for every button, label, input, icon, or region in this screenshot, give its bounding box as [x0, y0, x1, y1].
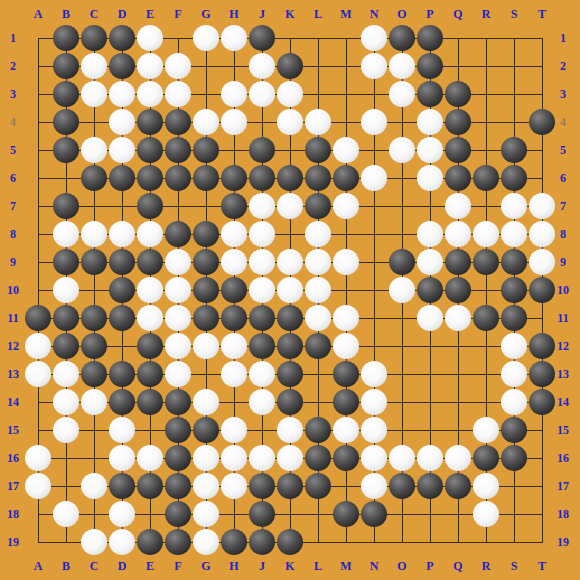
intersection-A2[interactable] [24, 52, 52, 80]
intersection-P3[interactable] [416, 80, 444, 108]
intersection-N16[interactable] [360, 444, 388, 472]
intersection-F17[interactable] [164, 472, 192, 500]
intersection-G5[interactable] [192, 136, 220, 164]
intersection-M7[interactable] [332, 192, 360, 220]
intersection-L2[interactable] [304, 52, 332, 80]
intersection-M10[interactable] [332, 276, 360, 304]
intersection-G13[interactable] [192, 360, 220, 388]
intersection-A12[interactable] [24, 332, 52, 360]
intersection-B9[interactable] [52, 248, 80, 276]
intersection-B14[interactable] [52, 388, 80, 416]
intersection-H17[interactable] [220, 472, 248, 500]
intersection-H2[interactable] [220, 52, 248, 80]
intersection-J13[interactable] [248, 360, 276, 388]
intersection-F18[interactable] [164, 500, 192, 528]
intersection-Q4[interactable] [444, 108, 472, 136]
intersection-J15[interactable] [248, 416, 276, 444]
intersection-B16[interactable] [52, 444, 80, 472]
intersection-T9[interactable] [528, 248, 556, 276]
intersection-O14[interactable] [388, 388, 416, 416]
intersection-H5[interactable] [220, 136, 248, 164]
intersection-S17[interactable] [500, 472, 528, 500]
intersection-F11[interactable] [164, 304, 192, 332]
intersection-K18[interactable] [276, 500, 304, 528]
intersection-A18[interactable] [24, 500, 52, 528]
intersection-Q18[interactable] [444, 500, 472, 528]
intersection-O13[interactable] [388, 360, 416, 388]
intersection-N1[interactable] [360, 24, 388, 52]
intersection-P8[interactable] [416, 220, 444, 248]
intersection-O9[interactable] [388, 248, 416, 276]
intersection-J9[interactable] [248, 248, 276, 276]
intersection-S3[interactable] [500, 80, 528, 108]
intersection-D2[interactable] [108, 52, 136, 80]
intersection-C3[interactable] [80, 80, 108, 108]
intersection-R5[interactable] [472, 136, 500, 164]
intersection-T19[interactable] [528, 528, 556, 556]
intersection-K2[interactable] [276, 52, 304, 80]
intersection-R17[interactable] [472, 472, 500, 500]
intersection-A11[interactable] [24, 304, 52, 332]
intersection-B6[interactable] [52, 164, 80, 192]
intersection-N3[interactable] [360, 80, 388, 108]
intersection-N5[interactable] [360, 136, 388, 164]
intersection-H3[interactable] [220, 80, 248, 108]
intersection-Q19[interactable] [444, 528, 472, 556]
intersection-M18[interactable] [332, 500, 360, 528]
intersection-R16[interactable] [472, 444, 500, 472]
intersection-C8[interactable] [80, 220, 108, 248]
intersection-L16[interactable] [304, 444, 332, 472]
intersection-H11[interactable] [220, 304, 248, 332]
intersection-A13[interactable] [24, 360, 52, 388]
intersection-P14[interactable] [416, 388, 444, 416]
intersection-J14[interactable] [248, 388, 276, 416]
intersection-N14[interactable] [360, 388, 388, 416]
intersection-A9[interactable] [24, 248, 52, 276]
intersection-L13[interactable] [304, 360, 332, 388]
intersection-Q15[interactable] [444, 416, 472, 444]
intersection-H6[interactable] [220, 164, 248, 192]
intersection-A17[interactable] [24, 472, 52, 500]
intersection-C9[interactable] [80, 248, 108, 276]
intersection-K3[interactable] [276, 80, 304, 108]
intersection-P19[interactable] [416, 528, 444, 556]
intersection-K13[interactable] [276, 360, 304, 388]
intersection-H19[interactable] [220, 528, 248, 556]
intersection-G9[interactable] [192, 248, 220, 276]
intersection-D6[interactable] [108, 164, 136, 192]
intersection-L10[interactable] [304, 276, 332, 304]
intersection-O3[interactable] [388, 80, 416, 108]
intersection-T17[interactable] [528, 472, 556, 500]
intersection-F6[interactable] [164, 164, 192, 192]
intersection-D13[interactable] [108, 360, 136, 388]
intersection-E3[interactable] [136, 80, 164, 108]
intersection-L4[interactable] [304, 108, 332, 136]
intersection-S5[interactable] [500, 136, 528, 164]
intersection-P16[interactable] [416, 444, 444, 472]
intersection-K9[interactable] [276, 248, 304, 276]
intersection-M15[interactable] [332, 416, 360, 444]
intersection-A1[interactable] [24, 24, 52, 52]
intersection-H9[interactable] [220, 248, 248, 276]
intersection-C6[interactable] [80, 164, 108, 192]
intersection-L19[interactable] [304, 528, 332, 556]
intersection-E15[interactable] [136, 416, 164, 444]
intersection-T6[interactable] [528, 164, 556, 192]
intersection-S10[interactable] [500, 276, 528, 304]
intersection-S8[interactable] [500, 220, 528, 248]
intersection-G2[interactable] [192, 52, 220, 80]
intersection-K4[interactable] [276, 108, 304, 136]
intersection-Q14[interactable] [444, 388, 472, 416]
intersection-L6[interactable] [304, 164, 332, 192]
intersection-A16[interactable] [24, 444, 52, 472]
intersection-E16[interactable] [136, 444, 164, 472]
intersection-N11[interactable] [360, 304, 388, 332]
intersection-M6[interactable] [332, 164, 360, 192]
intersection-K10[interactable] [276, 276, 304, 304]
intersection-K8[interactable] [276, 220, 304, 248]
intersection-S6[interactable] [500, 164, 528, 192]
intersection-O10[interactable] [388, 276, 416, 304]
intersection-S16[interactable] [500, 444, 528, 472]
intersection-C4[interactable] [80, 108, 108, 136]
intersection-E14[interactable] [136, 388, 164, 416]
intersection-S13[interactable] [500, 360, 528, 388]
intersection-P9[interactable] [416, 248, 444, 276]
intersection-J18[interactable] [248, 500, 276, 528]
intersection-J6[interactable] [248, 164, 276, 192]
intersection-T15[interactable] [528, 416, 556, 444]
intersection-H13[interactable] [220, 360, 248, 388]
intersection-A5[interactable] [24, 136, 52, 164]
intersection-N15[interactable] [360, 416, 388, 444]
intersection-B19[interactable] [52, 528, 80, 556]
intersection-H15[interactable] [220, 416, 248, 444]
intersection-G16[interactable] [192, 444, 220, 472]
intersection-B3[interactable] [52, 80, 80, 108]
intersection-F12[interactable] [164, 332, 192, 360]
intersection-G12[interactable] [192, 332, 220, 360]
intersection-H1[interactable] [220, 24, 248, 52]
intersection-D9[interactable] [108, 248, 136, 276]
intersection-M2[interactable] [332, 52, 360, 80]
intersection-F5[interactable] [164, 136, 192, 164]
intersection-P7[interactable] [416, 192, 444, 220]
intersection-J19[interactable] [248, 528, 276, 556]
intersection-C11[interactable] [80, 304, 108, 332]
intersection-N10[interactable] [360, 276, 388, 304]
intersection-K17[interactable] [276, 472, 304, 500]
intersection-E8[interactable] [136, 220, 164, 248]
intersection-C2[interactable] [80, 52, 108, 80]
intersection-B17[interactable] [52, 472, 80, 500]
intersection-C5[interactable] [80, 136, 108, 164]
intersection-O15[interactable] [388, 416, 416, 444]
intersection-K5[interactable] [276, 136, 304, 164]
intersection-Q10[interactable] [444, 276, 472, 304]
intersection-T10[interactable] [528, 276, 556, 304]
intersection-E17[interactable] [136, 472, 164, 500]
intersection-K12[interactable] [276, 332, 304, 360]
intersection-D10[interactable] [108, 276, 136, 304]
intersection-P13[interactable] [416, 360, 444, 388]
intersection-Q8[interactable] [444, 220, 472, 248]
intersection-J2[interactable] [248, 52, 276, 80]
intersection-Q2[interactable] [444, 52, 472, 80]
intersection-C16[interactable] [80, 444, 108, 472]
intersection-J8[interactable] [248, 220, 276, 248]
intersection-D15[interactable] [108, 416, 136, 444]
intersection-P12[interactable] [416, 332, 444, 360]
intersection-G11[interactable] [192, 304, 220, 332]
intersection-J11[interactable] [248, 304, 276, 332]
intersection-N4[interactable] [360, 108, 388, 136]
intersection-D11[interactable] [108, 304, 136, 332]
intersection-L12[interactable] [304, 332, 332, 360]
intersection-D12[interactable] [108, 332, 136, 360]
intersection-N2[interactable] [360, 52, 388, 80]
intersection-F15[interactable] [164, 416, 192, 444]
intersection-N9[interactable] [360, 248, 388, 276]
intersection-F10[interactable] [164, 276, 192, 304]
intersection-C10[interactable] [80, 276, 108, 304]
intersection-Q16[interactable] [444, 444, 472, 472]
intersection-Q9[interactable] [444, 248, 472, 276]
intersection-D1[interactable] [108, 24, 136, 52]
intersection-A8[interactable] [24, 220, 52, 248]
intersection-T7[interactable] [528, 192, 556, 220]
intersection-H12[interactable] [220, 332, 248, 360]
intersection-L8[interactable] [304, 220, 332, 248]
intersection-J7[interactable] [248, 192, 276, 220]
intersection-T1[interactable] [528, 24, 556, 52]
intersection-S11[interactable] [500, 304, 528, 332]
intersection-E2[interactable] [136, 52, 164, 80]
intersection-P4[interactable] [416, 108, 444, 136]
intersection-J16[interactable] [248, 444, 276, 472]
intersection-P5[interactable] [416, 136, 444, 164]
intersection-R1[interactable] [472, 24, 500, 52]
intersection-R9[interactable] [472, 248, 500, 276]
intersection-P10[interactable] [416, 276, 444, 304]
intersection-F4[interactable] [164, 108, 192, 136]
intersection-D5[interactable] [108, 136, 136, 164]
intersection-R15[interactable] [472, 416, 500, 444]
intersection-K15[interactable] [276, 416, 304, 444]
intersection-P18[interactable] [416, 500, 444, 528]
intersection-C15[interactable] [80, 416, 108, 444]
intersection-M9[interactable] [332, 248, 360, 276]
intersection-S1[interactable] [500, 24, 528, 52]
intersection-E9[interactable] [136, 248, 164, 276]
intersection-A14[interactable] [24, 388, 52, 416]
intersection-K6[interactable] [276, 164, 304, 192]
intersection-E5[interactable] [136, 136, 164, 164]
intersection-N8[interactable] [360, 220, 388, 248]
intersection-P15[interactable] [416, 416, 444, 444]
intersection-F3[interactable] [164, 80, 192, 108]
intersection-Q11[interactable] [444, 304, 472, 332]
intersection-O17[interactable] [388, 472, 416, 500]
intersection-L7[interactable] [304, 192, 332, 220]
intersection-L1[interactable] [304, 24, 332, 52]
intersection-J1[interactable] [248, 24, 276, 52]
intersection-R13[interactable] [472, 360, 500, 388]
intersection-N17[interactable] [360, 472, 388, 500]
intersection-L3[interactable] [304, 80, 332, 108]
intersection-A10[interactable] [24, 276, 52, 304]
intersection-P17[interactable] [416, 472, 444, 500]
intersection-P11[interactable] [416, 304, 444, 332]
intersection-M8[interactable] [332, 220, 360, 248]
intersection-E19[interactable] [136, 528, 164, 556]
intersection-Q5[interactable] [444, 136, 472, 164]
intersection-F8[interactable] [164, 220, 192, 248]
intersection-T13[interactable] [528, 360, 556, 388]
intersection-P6[interactable] [416, 164, 444, 192]
intersection-G1[interactable] [192, 24, 220, 52]
intersection-M11[interactable] [332, 304, 360, 332]
intersection-D17[interactable] [108, 472, 136, 500]
intersection-F9[interactable] [164, 248, 192, 276]
intersection-R8[interactable] [472, 220, 500, 248]
intersection-K11[interactable] [276, 304, 304, 332]
intersection-B15[interactable] [52, 416, 80, 444]
intersection-M5[interactable] [332, 136, 360, 164]
intersection-S14[interactable] [500, 388, 528, 416]
intersection-E10[interactable] [136, 276, 164, 304]
intersection-K14[interactable] [276, 388, 304, 416]
intersection-L14[interactable] [304, 388, 332, 416]
intersection-D14[interactable] [108, 388, 136, 416]
intersection-Q12[interactable] [444, 332, 472, 360]
intersection-R4[interactable] [472, 108, 500, 136]
intersection-O6[interactable] [388, 164, 416, 192]
intersection-D18[interactable] [108, 500, 136, 528]
intersection-R18[interactable] [472, 500, 500, 528]
intersection-R7[interactable] [472, 192, 500, 220]
intersection-O4[interactable] [388, 108, 416, 136]
intersection-C19[interactable] [80, 528, 108, 556]
intersection-E18[interactable] [136, 500, 164, 528]
intersection-O8[interactable] [388, 220, 416, 248]
intersection-G19[interactable] [192, 528, 220, 556]
intersection-E12[interactable] [136, 332, 164, 360]
intersection-J17[interactable] [248, 472, 276, 500]
intersection-Q7[interactable] [444, 192, 472, 220]
intersection-B13[interactable] [52, 360, 80, 388]
intersection-F16[interactable] [164, 444, 192, 472]
intersection-P2[interactable] [416, 52, 444, 80]
intersection-H14[interactable] [220, 388, 248, 416]
intersection-B8[interactable] [52, 220, 80, 248]
intersection-S15[interactable] [500, 416, 528, 444]
intersection-G8[interactable] [192, 220, 220, 248]
intersection-R11[interactable] [472, 304, 500, 332]
intersection-S12[interactable] [500, 332, 528, 360]
intersection-O5[interactable] [388, 136, 416, 164]
intersection-G17[interactable] [192, 472, 220, 500]
intersection-J4[interactable] [248, 108, 276, 136]
intersection-H8[interactable] [220, 220, 248, 248]
intersection-O19[interactable] [388, 528, 416, 556]
intersection-R12[interactable] [472, 332, 500, 360]
intersection-S2[interactable] [500, 52, 528, 80]
intersection-A7[interactable] [24, 192, 52, 220]
intersection-O2[interactable] [388, 52, 416, 80]
intersection-N18[interactable] [360, 500, 388, 528]
intersection-K19[interactable] [276, 528, 304, 556]
intersection-S18[interactable] [500, 500, 528, 528]
intersection-R14[interactable] [472, 388, 500, 416]
intersection-L17[interactable] [304, 472, 332, 500]
intersection-O12[interactable] [388, 332, 416, 360]
intersection-M1[interactable] [332, 24, 360, 52]
intersection-M13[interactable] [332, 360, 360, 388]
intersection-M17[interactable] [332, 472, 360, 500]
intersection-L18[interactable] [304, 500, 332, 528]
intersection-K7[interactable] [276, 192, 304, 220]
intersection-R3[interactable] [472, 80, 500, 108]
intersection-T8[interactable] [528, 220, 556, 248]
intersection-E4[interactable] [136, 108, 164, 136]
intersection-M4[interactable] [332, 108, 360, 136]
intersection-M19[interactable] [332, 528, 360, 556]
intersection-R2[interactable] [472, 52, 500, 80]
intersection-C14[interactable] [80, 388, 108, 416]
intersection-L9[interactable] [304, 248, 332, 276]
intersection-C13[interactable] [80, 360, 108, 388]
intersection-F7[interactable] [164, 192, 192, 220]
intersection-R19[interactable] [472, 528, 500, 556]
intersection-J10[interactable] [248, 276, 276, 304]
intersection-T4[interactable] [528, 108, 556, 136]
intersection-J3[interactable] [248, 80, 276, 108]
intersection-S19[interactable] [500, 528, 528, 556]
intersection-B1[interactable] [52, 24, 80, 52]
intersection-H18[interactable] [220, 500, 248, 528]
intersection-H4[interactable] [220, 108, 248, 136]
intersection-F14[interactable] [164, 388, 192, 416]
intersection-C17[interactable] [80, 472, 108, 500]
intersection-E6[interactable] [136, 164, 164, 192]
intersection-O7[interactable] [388, 192, 416, 220]
intersection-B4[interactable] [52, 108, 80, 136]
intersection-O16[interactable] [388, 444, 416, 472]
intersection-N19[interactable] [360, 528, 388, 556]
intersection-T11[interactable] [528, 304, 556, 332]
intersection-L5[interactable] [304, 136, 332, 164]
intersection-G3[interactable] [192, 80, 220, 108]
intersection-F13[interactable] [164, 360, 192, 388]
intersection-F1[interactable] [164, 24, 192, 52]
intersection-T2[interactable] [528, 52, 556, 80]
intersection-D16[interactable] [108, 444, 136, 472]
intersection-C18[interactable] [80, 500, 108, 528]
intersection-G7[interactable] [192, 192, 220, 220]
intersection-R10[interactable] [472, 276, 500, 304]
intersection-C7[interactable] [80, 192, 108, 220]
intersection-G18[interactable] [192, 500, 220, 528]
intersection-R6[interactable] [472, 164, 500, 192]
intersection-S4[interactable] [500, 108, 528, 136]
intersection-B11[interactable] [52, 304, 80, 332]
intersection-L11[interactable] [304, 304, 332, 332]
intersection-O11[interactable] [388, 304, 416, 332]
